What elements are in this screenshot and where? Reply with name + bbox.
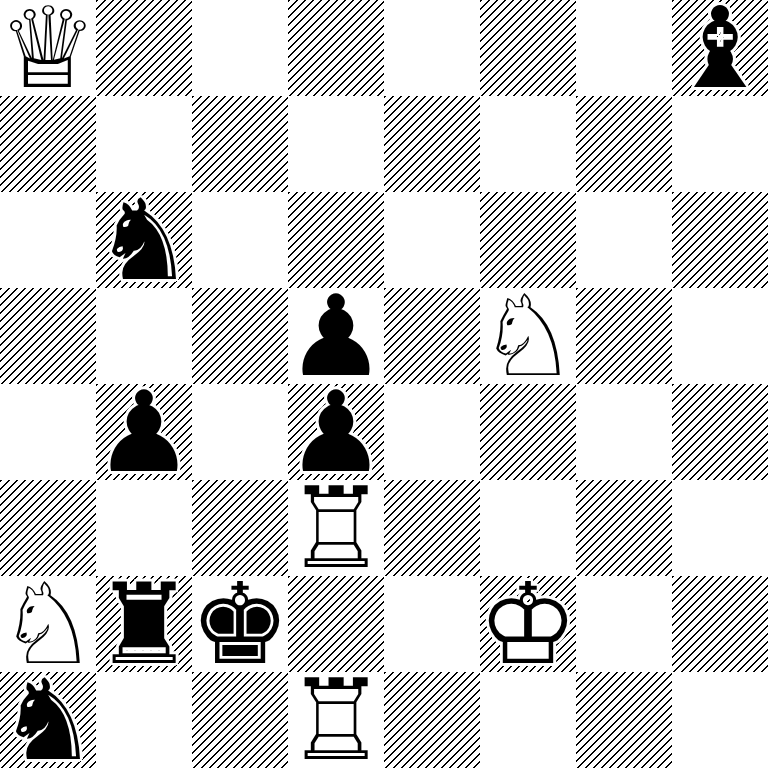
- square-e2[interactable]: [384, 576, 480, 672]
- square-e4[interactable]: [384, 384, 480, 480]
- white-king-piece[interactable]: ♔: [480, 576, 576, 672]
- square-b3[interactable]: [96, 480, 192, 576]
- square-d8[interactable]: [288, 0, 384, 96]
- square-c7[interactable]: [192, 96, 288, 192]
- square-f6[interactable]: [480, 192, 576, 288]
- square-b1[interactable]: [96, 672, 192, 768]
- square-c5[interactable]: [192, 288, 288, 384]
- square-f3[interactable]: [480, 480, 576, 576]
- white-queen-piece[interactable]: ♕: [0, 0, 96, 96]
- square-a1[interactable]: ♞♞: [0, 672, 96, 768]
- square-g8[interactable]: [576, 0, 672, 96]
- square-f7[interactable]: [480, 96, 576, 192]
- square-h5[interactable]: [672, 288, 768, 384]
- square-h1[interactable]: [672, 672, 768, 768]
- square-h2[interactable]: [672, 576, 768, 672]
- square-a5[interactable]: [0, 288, 96, 384]
- square-g2[interactable]: [576, 576, 672, 672]
- square-g4[interactable]: [576, 384, 672, 480]
- square-h8[interactable]: ♝♝: [672, 0, 768, 96]
- square-g5[interactable]: [576, 288, 672, 384]
- square-b4[interactable]: ♟♟: [96, 384, 192, 480]
- square-c4[interactable]: [192, 384, 288, 480]
- square-d6[interactable]: [288, 192, 384, 288]
- white-rook-piece[interactable]: ♖: [288, 480, 384, 576]
- square-c6[interactable]: [192, 192, 288, 288]
- square-e5[interactable]: [384, 288, 480, 384]
- square-c8[interactable]: [192, 0, 288, 96]
- square-b7[interactable]: [96, 96, 192, 192]
- square-b5[interactable]: [96, 288, 192, 384]
- square-f4[interactable]: [480, 384, 576, 480]
- square-c1[interactable]: [192, 672, 288, 768]
- square-f1[interactable]: [480, 672, 576, 768]
- square-h3[interactable]: [672, 480, 768, 576]
- white-knight-piece[interactable]: ♘: [480, 288, 576, 384]
- square-h7[interactable]: [672, 96, 768, 192]
- square-g1[interactable]: [576, 672, 672, 768]
- chess-board: ♛♕♝♝♞♞♟♟♞♘♟♟♟♟♜♖♞♘♜♜♚♚♚♔♞♞♜♖: [0, 0, 768, 768]
- square-d4[interactable]: ♟♟: [288, 384, 384, 480]
- black-pawn-piece[interactable]: ♟: [96, 384, 192, 480]
- black-knight-piece[interactable]: ♞: [0, 672, 96, 768]
- square-f8[interactable]: [480, 0, 576, 96]
- square-b6[interactable]: ♞♞: [96, 192, 192, 288]
- square-d2[interactable]: [288, 576, 384, 672]
- square-d1[interactable]: ♜♖: [288, 672, 384, 768]
- square-a4[interactable]: [0, 384, 96, 480]
- square-a8[interactable]: ♛♕: [0, 0, 96, 96]
- square-g6[interactable]: [576, 192, 672, 288]
- black-knight-piece[interactable]: ♞: [96, 192, 192, 288]
- black-king-piece[interactable]: ♚: [192, 576, 288, 672]
- square-b2[interactable]: ♜♜: [96, 576, 192, 672]
- white-rook-piece[interactable]: ♖: [288, 672, 384, 768]
- square-g3[interactable]: [576, 480, 672, 576]
- square-e7[interactable]: [384, 96, 480, 192]
- square-e6[interactable]: [384, 192, 480, 288]
- black-pawn-piece[interactable]: ♟: [288, 288, 384, 384]
- square-d3[interactable]: ♜♖: [288, 480, 384, 576]
- square-h6[interactable]: [672, 192, 768, 288]
- square-f5[interactable]: ♞♘: [480, 288, 576, 384]
- square-c2[interactable]: ♚♚: [192, 576, 288, 672]
- square-a2[interactable]: ♞♘: [0, 576, 96, 672]
- black-rook-piece[interactable]: ♜: [96, 576, 192, 672]
- square-e8[interactable]: [384, 0, 480, 96]
- black-bishop-piece[interactable]: ♝: [672, 0, 768, 96]
- square-d5[interactable]: ♟♟: [288, 288, 384, 384]
- square-g7[interactable]: [576, 96, 672, 192]
- square-e1[interactable]: [384, 672, 480, 768]
- square-h4[interactable]: [672, 384, 768, 480]
- square-f2[interactable]: ♚♔: [480, 576, 576, 672]
- square-c3[interactable]: [192, 480, 288, 576]
- square-d7[interactable]: [288, 96, 384, 192]
- square-e3[interactable]: [384, 480, 480, 576]
- square-a3[interactable]: [0, 480, 96, 576]
- black-pawn-piece[interactable]: ♟: [288, 384, 384, 480]
- square-b8[interactable]: [96, 0, 192, 96]
- white-knight-piece[interactable]: ♘: [0, 576, 96, 672]
- square-a6[interactable]: [0, 192, 96, 288]
- square-a7[interactable]: [0, 96, 96, 192]
